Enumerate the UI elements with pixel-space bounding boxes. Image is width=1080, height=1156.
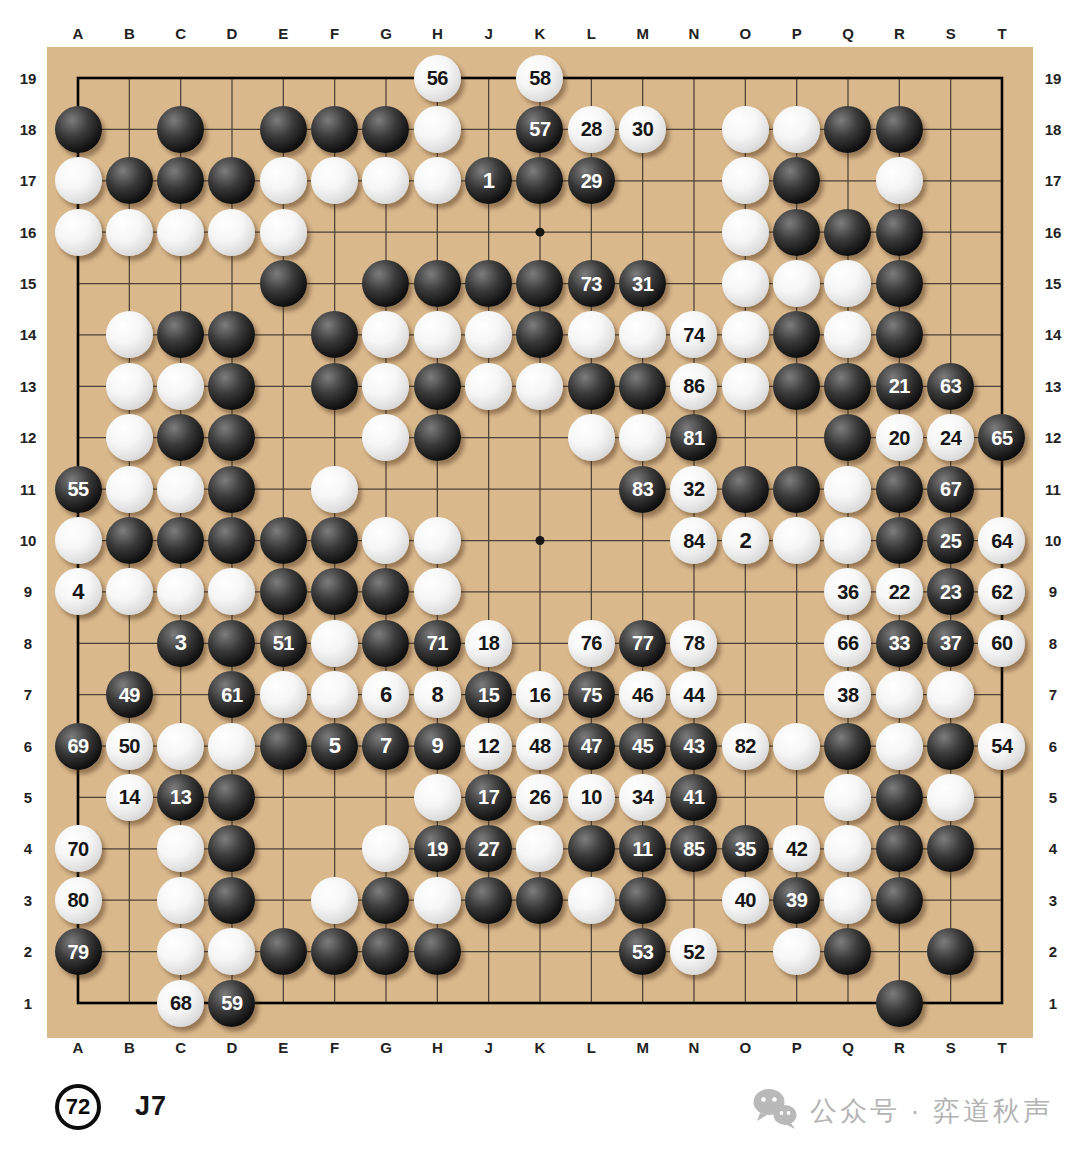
move-number-17: 17 — [478, 787, 499, 807]
stone-J6-white: 12 — [465, 723, 512, 770]
stone-P6-white — [773, 723, 820, 770]
stone-A6-black: 69 — [55, 723, 102, 770]
stone-M6-black: 45 — [619, 723, 666, 770]
stone-D1-black: 59 — [208, 980, 255, 1027]
move-72-number: 72 — [66, 1094, 90, 1120]
stone-F8-white — [311, 620, 358, 667]
stone-H9-white — [414, 568, 461, 615]
col-label-top-A: A — [63, 21, 93, 45]
stone-R15-black — [876, 260, 923, 307]
move-number-41: 41 — [683, 787, 704, 807]
move-number-66: 66 — [837, 633, 858, 653]
move-number-23: 23 — [940, 582, 961, 602]
row-label-left-4: 4 — [13, 837, 43, 861]
stone-Q3-white — [824, 877, 871, 924]
move-number-62: 62 — [991, 582, 1012, 602]
stone-F11-white — [311, 466, 358, 513]
col-label-bottom-B: B — [114, 1035, 144, 1059]
move-number-48: 48 — [529, 736, 550, 756]
stone-P11-black — [773, 466, 820, 513]
stone-A2-black: 79 — [55, 928, 102, 975]
row-label-left-10: 10 — [13, 529, 43, 553]
stone-M5-white: 34 — [619, 774, 666, 821]
stone-S10-black: 25 — [927, 517, 974, 564]
row-label-right-14: 14 — [1038, 323, 1068, 347]
stone-C3-white — [157, 877, 204, 924]
stone-A17-white — [55, 157, 102, 204]
move-number-67: 67 — [940, 479, 961, 499]
move-number-24: 24 — [940, 428, 961, 448]
stone-H3-white — [414, 877, 461, 924]
stone-P15-white — [773, 260, 820, 307]
stone-J5-black: 17 — [465, 774, 512, 821]
move-number-40: 40 — [735, 890, 756, 910]
row-label-right-4: 4 — [1038, 837, 1068, 861]
move-number-37: 37 — [940, 633, 961, 653]
stone-D16-white — [208, 209, 255, 256]
stone-R17-white — [876, 157, 923, 204]
col-label-bottom-A: A — [63, 1035, 93, 1059]
move-number-6: 6 — [380, 684, 392, 706]
stone-L18-white: 28 — [568, 106, 615, 153]
stone-H2-black — [414, 928, 461, 975]
move-number-70: 70 — [67, 839, 88, 859]
stone-R12-white: 20 — [876, 414, 923, 461]
stone-R14-black — [876, 311, 923, 358]
col-label-bottom-N: N — [679, 1035, 709, 1059]
stone-C1-white: 68 — [157, 980, 204, 1027]
move-number-57: 57 — [529, 119, 550, 139]
col-label-top-F: F — [320, 21, 350, 45]
row-label-right-16: 16 — [1038, 220, 1068, 244]
stone-P13-black — [773, 363, 820, 410]
stone-R4-black — [876, 825, 923, 872]
stone-T6-white: 54 — [978, 723, 1025, 770]
stone-R3-black — [876, 877, 923, 924]
row-label-left-18: 18 — [13, 117, 43, 141]
col-label-top-G: G — [371, 21, 401, 45]
move-number-31: 31 — [632, 274, 653, 294]
stone-J15-black — [465, 260, 512, 307]
move-number-53: 53 — [632, 942, 653, 962]
stone-M11-black: 83 — [619, 466, 666, 513]
stone-G13-white — [362, 363, 409, 410]
stone-E6-black — [260, 723, 307, 770]
move-number-77: 77 — [632, 633, 653, 653]
stone-B10-black — [106, 517, 153, 564]
stone-Q16-black — [824, 209, 871, 256]
row-label-right-9: 9 — [1038, 580, 1068, 604]
col-label-top-E: E — [268, 21, 298, 45]
move-number-12: 12 — [478, 736, 499, 756]
move-number-56: 56 — [427, 68, 448, 88]
move-number-10: 10 — [581, 787, 602, 807]
move-number-36: 36 — [837, 582, 858, 602]
move-number-83: 83 — [632, 479, 653, 499]
stone-J7-black: 15 — [465, 671, 512, 718]
stone-H8-black: 71 — [414, 620, 461, 667]
move-number-11: 11 — [633, 839, 653, 859]
stone-F3-white — [311, 877, 358, 924]
stone-L3-white — [568, 877, 615, 924]
stone-J3-black — [465, 877, 512, 924]
star-point — [535, 228, 544, 237]
col-label-top-J: J — [474, 21, 504, 45]
move-number-16: 16 — [529, 685, 550, 705]
col-label-top-N: N — [679, 21, 709, 45]
row-label-left-14: 14 — [13, 323, 43, 347]
move-number-47: 47 — [581, 736, 602, 756]
go-board: 5658572830129733174862163812024655583326… — [47, 47, 1033, 1038]
stone-A10-white — [55, 517, 102, 564]
stone-L4-black — [568, 825, 615, 872]
row-label-left-16: 16 — [13, 220, 43, 244]
stone-F18-black — [311, 106, 358, 153]
row-label-left-19: 19 — [13, 66, 43, 90]
col-label-top-K: K — [525, 21, 555, 45]
move-number-78: 78 — [683, 633, 704, 653]
row-label-right-19: 19 — [1038, 66, 1068, 90]
col-label-top-S: S — [936, 21, 966, 45]
stone-O3-white: 40 — [722, 877, 769, 924]
move-number-9: 9 — [431, 735, 443, 757]
stone-Q13-black — [824, 363, 871, 410]
stone-B6-white: 50 — [106, 723, 153, 770]
row-label-left-6: 6 — [13, 734, 43, 758]
stone-B12-white — [106, 414, 153, 461]
col-label-top-R: R — [884, 21, 914, 45]
stone-M3-black — [619, 877, 666, 924]
stone-S7-white — [927, 671, 974, 718]
stone-L8-white: 76 — [568, 620, 615, 667]
col-label-bottom-L: L — [576, 1035, 606, 1059]
stone-L13-black — [568, 363, 615, 410]
stone-E8-black: 51 — [260, 620, 307, 667]
stone-E15-black — [260, 260, 307, 307]
move-number-19: 19 — [427, 839, 448, 859]
move-number-30: 30 — [632, 119, 653, 139]
stone-K13-white — [516, 363, 563, 410]
stone-F6-black: 5 — [311, 723, 358, 770]
move-number-39: 39 — [786, 890, 807, 910]
stone-K3-black — [516, 877, 563, 924]
stone-N11-white: 32 — [670, 466, 717, 513]
stone-R18-black — [876, 106, 923, 153]
move-number-51: 51 — [273, 633, 294, 653]
move-number-43: 43 — [683, 736, 704, 756]
stone-L6-black: 47 — [568, 723, 615, 770]
stone-D6-white — [208, 723, 255, 770]
col-label-top-O: O — [730, 21, 760, 45]
stone-M15-black: 31 — [619, 260, 666, 307]
move-number-28: 28 — [581, 119, 602, 139]
stone-H13-black — [414, 363, 461, 410]
stone-B11-white — [106, 466, 153, 513]
move-number-69: 69 — [67, 736, 88, 756]
row-label-left-12: 12 — [13, 426, 43, 450]
stone-D13-black — [208, 363, 255, 410]
col-label-bottom-D: D — [217, 1035, 247, 1059]
row-label-left-2: 2 — [13, 940, 43, 964]
stone-L14-white — [568, 311, 615, 358]
col-label-bottom-H: H — [422, 1035, 452, 1059]
stone-H12-black — [414, 414, 461, 461]
move-number-4: 4 — [72, 581, 84, 603]
stone-R7-white — [876, 671, 923, 718]
move-number-58: 58 — [529, 68, 550, 88]
stone-G3-black — [362, 877, 409, 924]
stone-F13-black — [311, 363, 358, 410]
move-number-8: 8 — [431, 684, 443, 706]
stone-Q8-white: 66 — [824, 620, 871, 667]
stone-A18-black — [55, 106, 102, 153]
col-label-bottom-S: S — [936, 1035, 966, 1059]
stone-B5-white: 14 — [106, 774, 153, 821]
stone-N6-black: 43 — [670, 723, 717, 770]
stone-D11-black — [208, 466, 255, 513]
stone-O17-white — [722, 157, 769, 204]
col-label-bottom-E: E — [268, 1035, 298, 1059]
stone-L5-white: 10 — [568, 774, 615, 821]
col-label-top-C: C — [166, 21, 196, 45]
stone-B13-white — [106, 363, 153, 410]
col-label-top-T: T — [987, 21, 1017, 45]
stone-F2-black — [311, 928, 358, 975]
stone-B7-black: 49 — [106, 671, 153, 718]
move-number-18: 18 — [478, 633, 499, 653]
col-label-top-P: P — [782, 21, 812, 45]
col-label-bottom-J: J — [474, 1035, 504, 1059]
stone-P2-white — [773, 928, 820, 975]
row-label-left-9: 9 — [13, 580, 43, 604]
stone-K19-white: 58 — [516, 55, 563, 102]
move-number-81: 81 — [683, 428, 704, 448]
row-label-left-15: 15 — [13, 272, 43, 296]
stone-R16-black — [876, 209, 923, 256]
stone-H5-white — [414, 774, 461, 821]
stone-F7-white — [311, 671, 358, 718]
stone-G6-black: 7 — [362, 723, 409, 770]
stone-S13-black: 63 — [927, 363, 974, 410]
move-number-85: 85 — [683, 839, 704, 859]
stone-L17-black: 29 — [568, 157, 615, 204]
move-number-64: 64 — [991, 531, 1012, 551]
star-point — [535, 536, 544, 545]
row-label-right-17: 17 — [1038, 169, 1068, 193]
stone-R6-white — [876, 723, 923, 770]
stone-A16-white — [55, 209, 102, 256]
stone-R1-black — [876, 980, 923, 1027]
row-label-right-6: 6 — [1038, 734, 1068, 758]
stone-C10-black — [157, 517, 204, 564]
col-label-bottom-T: T — [987, 1035, 1017, 1059]
stone-Q6-black — [824, 723, 871, 770]
stone-J13-white — [465, 363, 512, 410]
stone-E9-black — [260, 568, 307, 615]
stone-M8-black: 77 — [619, 620, 666, 667]
move-number-76: 76 — [581, 633, 602, 653]
stone-H7-white: 8 — [414, 671, 461, 718]
stone-S11-black: 67 — [927, 466, 974, 513]
row-label-right-12: 12 — [1038, 426, 1068, 450]
stone-C5-black: 13 — [157, 774, 204, 821]
stone-P3-black: 39 — [773, 877, 820, 924]
go-diagram-page: ABCDEFGHJKLMNOPQRST ABCDEFGHJKLMNOPQRST … — [0, 0, 1080, 1156]
move-number-33: 33 — [889, 633, 910, 653]
row-label-right-15: 15 — [1038, 272, 1068, 296]
stone-C16-white — [157, 209, 204, 256]
move-number-54: 54 — [991, 736, 1012, 756]
stone-A9-white: 4 — [55, 568, 102, 615]
wechat-icon — [752, 1088, 798, 1134]
stone-S2-black — [927, 928, 974, 975]
stone-H6-black: 9 — [414, 723, 461, 770]
move-number-79: 79 — [67, 942, 88, 962]
col-label-bottom-M: M — [628, 1035, 658, 1059]
stone-E2-black — [260, 928, 307, 975]
move-number-74: 74 — [683, 325, 704, 345]
row-label-right-10: 10 — [1038, 529, 1068, 553]
row-label-left-7: 7 — [13, 683, 43, 707]
stone-A3-white: 80 — [55, 877, 102, 924]
move-number-82: 82 — [735, 736, 756, 756]
col-label-bottom-Q: Q — [833, 1035, 863, 1059]
stone-R11-black — [876, 466, 923, 513]
stone-M2-black: 53 — [619, 928, 666, 975]
stone-N13-white: 86 — [670, 363, 717, 410]
col-label-bottom-P: P — [782, 1035, 812, 1059]
stone-S8-black: 37 — [927, 620, 974, 667]
stone-L15-black: 73 — [568, 260, 615, 307]
stone-E16-white — [260, 209, 307, 256]
move-number-46: 46 — [632, 685, 653, 705]
row-label-left-3: 3 — [13, 888, 43, 912]
stone-O11-black — [722, 466, 769, 513]
stone-P16-black — [773, 209, 820, 256]
stone-M13-black — [619, 363, 666, 410]
move-number-45: 45 — [632, 736, 653, 756]
move-number-32: 32 — [683, 479, 704, 499]
stone-E10-black — [260, 517, 307, 564]
row-label-left-17: 17 — [13, 169, 43, 193]
col-label-bottom-R: R — [884, 1035, 914, 1059]
move-72-coordinate: J7 — [135, 1091, 167, 1122]
move-number-2: 2 — [739, 530, 751, 552]
col-label-bottom-K: K — [525, 1035, 555, 1059]
stone-H10-white — [414, 517, 461, 564]
move-number-65: 65 — [991, 428, 1012, 448]
stone-H19-white: 56 — [414, 55, 461, 102]
move-number-75: 75 — [581, 685, 602, 705]
stone-C11-white — [157, 466, 204, 513]
move-number-42: 42 — [786, 839, 807, 859]
stone-O13-white — [722, 363, 769, 410]
stone-O15-white — [722, 260, 769, 307]
move-number-61: 61 — [221, 685, 242, 705]
move-number-13: 13 — [170, 787, 191, 807]
stone-O14-white — [722, 311, 769, 358]
stone-R8-black: 33 — [876, 620, 923, 667]
stone-B17-black — [106, 157, 153, 204]
row-label-right-11: 11 — [1038, 477, 1068, 501]
stone-K6-white: 48 — [516, 723, 563, 770]
stone-C8-black: 3 — [157, 620, 204, 667]
move-number-55: 55 — [67, 479, 88, 499]
move-number-27: 27 — [478, 839, 499, 859]
move-number-26: 26 — [529, 787, 550, 807]
row-label-right-2: 2 — [1038, 940, 1068, 964]
stone-E18-black — [260, 106, 307, 153]
move-number-80: 80 — [67, 890, 88, 910]
stone-A4-white: 70 — [55, 825, 102, 872]
move-number-35: 35 — [735, 839, 756, 859]
stone-S5-white — [927, 774, 974, 821]
stone-R13-black: 21 — [876, 363, 923, 410]
move-number-25: 25 — [940, 531, 961, 551]
stone-B9-white — [106, 568, 153, 615]
col-label-bottom-C: C — [166, 1035, 196, 1059]
row-label-right-1: 1 — [1038, 991, 1068, 1015]
move-number-22: 22 — [889, 582, 910, 602]
stone-H15-black — [414, 260, 461, 307]
stone-L12-white — [568, 414, 615, 461]
move-number-50: 50 — [119, 736, 140, 756]
col-label-top-Q: Q — [833, 21, 863, 45]
move-number-15: 15 — [478, 685, 499, 705]
stone-G8-black — [362, 620, 409, 667]
row-label-right-5: 5 — [1038, 785, 1068, 809]
stone-R10-black — [876, 517, 923, 564]
move-number-5: 5 — [329, 735, 341, 757]
stone-S6-black — [927, 723, 974, 770]
move-number-3: 3 — [175, 632, 187, 654]
stone-P10-white — [773, 517, 820, 564]
row-label-left-5: 5 — [13, 785, 43, 809]
move-number-20: 20 — [889, 428, 910, 448]
move-number-84: 84 — [683, 531, 704, 551]
col-label-top-B: B — [114, 21, 144, 45]
stone-M7-white: 46 — [619, 671, 666, 718]
move-number-1: 1 — [483, 170, 495, 192]
move-number-14: 14 — [119, 787, 140, 807]
col-label-top-H: H — [422, 21, 452, 45]
row-label-left-8: 8 — [13, 631, 43, 655]
move-number-38: 38 — [837, 685, 858, 705]
stone-M18-white: 30 — [619, 106, 666, 153]
move-number-59: 59 — [221, 993, 242, 1013]
stone-H14-white — [414, 311, 461, 358]
move-number-86: 86 — [683, 376, 704, 396]
col-label-top-D: D — [217, 21, 247, 45]
move-number-73: 73 — [581, 274, 602, 294]
stone-E7-white — [260, 671, 307, 718]
move-number-71: 71 — [427, 633, 448, 653]
watermark: 公众号 · 弈道秋声 — [752, 1088, 1053, 1134]
row-label-right-3: 3 — [1038, 888, 1068, 912]
stone-R5-black — [876, 774, 923, 821]
stone-C2-white — [157, 928, 204, 975]
col-label-bottom-O: O — [730, 1035, 760, 1059]
stone-O18-white — [722, 106, 769, 153]
move-number-29: 29 — [581, 171, 602, 191]
stone-B14-white — [106, 311, 153, 358]
stone-F10-black — [311, 517, 358, 564]
stone-B16-white — [106, 209, 153, 256]
stone-H17-white — [414, 157, 461, 204]
row-label-right-8: 8 — [1038, 631, 1068, 655]
stone-C6-white — [157, 723, 204, 770]
row-label-left-13: 13 — [13, 374, 43, 398]
